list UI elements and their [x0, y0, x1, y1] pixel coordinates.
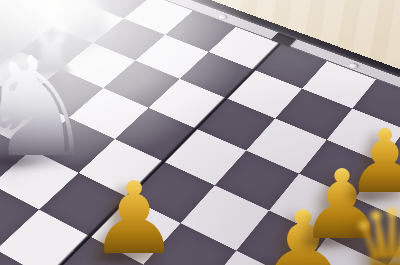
- white-knight-e2-glyph: ♞: [0, 39, 97, 177]
- black-pawn-f5-glyph: ♟: [89, 169, 179, 265]
- black-pawn-f5[interactable]: ♟: [89, 169, 179, 265]
- black-queen-d8-glyph: ♛: [348, 196, 400, 265]
- pieces-layer: ♛♞♝♞♟♟♟♟♛: [0, 0, 400, 265]
- chess-photo-scene: ♛♞♝♞♟♟♟♟♛: [0, 0, 400, 265]
- black-queen-d8[interactable]: ♛: [348, 196, 400, 265]
- white-knight-e2[interactable]: ♞: [0, 39, 97, 177]
